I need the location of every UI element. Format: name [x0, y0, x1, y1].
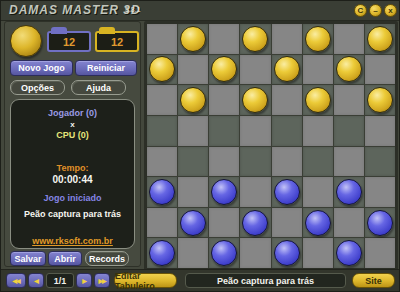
rule-status-text: Peão captura para trás — [24, 209, 121, 220]
board-cell[interactable] — [303, 238, 333, 268]
checker-piece-blue[interactable] — [211, 179, 237, 205]
board-cell[interactable] — [365, 85, 395, 115]
board-cell[interactable] — [147, 55, 177, 85]
app-window: DAMAS MASTER 3D 5.8.1 C – x 12 12 Novo J… — [0, 0, 400, 292]
first-move-button[interactable]: ◀◀ — [6, 273, 26, 288]
title-bar: DAMAS MASTER 3D 5.8.1 C – x — [1, 1, 400, 21]
time-value: 00:00:44 — [52, 174, 92, 185]
open-button[interactable]: Abrir — [48, 251, 82, 266]
checker-piece-yellow[interactable] — [180, 87, 206, 113]
board-frame — [144, 21, 398, 271]
board-cell[interactable] — [209, 85, 239, 115]
edit-board-button[interactable]: Editar Tabuleiro — [114, 273, 177, 288]
checker-piece-yellow[interactable] — [274, 56, 300, 82]
board-cell[interactable] — [147, 208, 177, 238]
checker-piece-yellow[interactable] — [149, 56, 175, 82]
board-cell[interactable] — [365, 208, 395, 238]
board-cell[interactable] — [240, 24, 270, 54]
board-cell[interactable] — [334, 238, 364, 268]
board-cell[interactable] — [209, 177, 239, 207]
board-cell[interactable] — [178, 147, 208, 177]
board-cell[interactable] — [303, 55, 333, 85]
board-cell[interactable] — [147, 147, 177, 177]
board-cell[interactable] — [147, 177, 177, 207]
board-cell[interactable] — [334, 55, 364, 85]
board-cell[interactable] — [240, 208, 270, 238]
board-cell[interactable] — [178, 177, 208, 207]
board-cell[interactable] — [365, 177, 395, 207]
checker-piece-yellow[interactable] — [336, 56, 362, 82]
board-cell[interactable] — [272, 177, 302, 207]
board-cell[interactable] — [303, 177, 333, 207]
checker-piece-yellow[interactable] — [367, 87, 393, 113]
site-button[interactable]: Site — [352, 273, 395, 288]
board-cell[interactable] — [209, 116, 239, 146]
board-cell[interactable] — [209, 147, 239, 177]
board-cell[interactable] — [334, 177, 364, 207]
board — [147, 24, 395, 268]
board-cell[interactable] — [147, 24, 177, 54]
board-cell[interactable] — [365, 24, 395, 54]
checker-piece-yellow[interactable] — [305, 26, 331, 52]
board-cell[interactable] — [365, 116, 395, 146]
board-cell[interactable] — [272, 85, 302, 115]
board-cell[interactable] — [240, 147, 270, 177]
checker-piece-blue[interactable] — [274, 240, 300, 266]
restart-button[interactable]: Reiniciar — [75, 60, 137, 76]
move-counter-display: 1/1 — [46, 273, 74, 288]
checker-piece-yellow[interactable] — [180, 26, 206, 52]
blue-score-tab: 12 — [47, 31, 91, 52]
checker-piece-blue[interactable] — [336, 240, 362, 266]
board-cell[interactable] — [365, 238, 395, 268]
board-cell[interactable] — [272, 208, 302, 238]
records-button[interactable]: Records — [85, 251, 129, 266]
app-logo: DAMAS MASTER 3D — [9, 3, 141, 17]
checker-piece-blue[interactable] — [274, 179, 300, 205]
board-cell[interactable] — [147, 85, 177, 115]
game-info-panel: Jogador (0) x CPU (0) Tempo: 00:00:44 Jo… — [10, 99, 135, 249]
board-cell[interactable] — [240, 55, 270, 85]
board-cell[interactable] — [240, 116, 270, 146]
board-cell[interactable] — [272, 116, 302, 146]
save-button[interactable]: Salvar — [10, 251, 46, 266]
config-window-button[interactable]: C — [354, 4, 367, 17]
gold-score-tab: 12 — [95, 31, 139, 52]
player-score-label: Jogador (0) — [48, 108, 97, 119]
sidebar: 12 12 Novo Jogo Reiniciar Opções Ajuda J… — [4, 21, 141, 267]
board-cell[interactable] — [178, 208, 208, 238]
board-cell[interactable] — [334, 24, 364, 54]
checker-piece-yellow[interactable] — [305, 87, 331, 113]
board-cell[interactable] — [209, 24, 239, 54]
new-game-button[interactable]: Novo Jogo — [10, 60, 73, 76]
app-version: 5.8.1 — [125, 6, 141, 13]
board-cell[interactable] — [240, 85, 270, 115]
checker-piece-blue[interactable] — [336, 179, 362, 205]
close-window-button[interactable]: x — [384, 4, 397, 17]
checker-piece-yellow[interactable] — [242, 87, 268, 113]
help-button[interactable]: Ajuda — [71, 80, 126, 95]
board-cell[interactable] — [209, 238, 239, 268]
previous-move-button[interactable]: ◀ — [28, 273, 44, 288]
turn-indicator-disc — [10, 25, 42, 57]
board-cell[interactable] — [365, 147, 395, 177]
checker-piece-blue[interactable] — [367, 210, 393, 236]
checker-piece-blue[interactable] — [305, 210, 331, 236]
board-cell[interactable] — [334, 85, 364, 115]
website-link[interactable]: www.rksoft.com.br — [32, 236, 113, 247]
board-cell[interactable] — [209, 208, 239, 238]
board-cell[interactable] — [303, 85, 333, 115]
checker-piece-blue[interactable] — [180, 210, 206, 236]
board-cell[interactable] — [178, 24, 208, 54]
minimize-window-button[interactable]: – — [369, 4, 382, 17]
options-button[interactable]: Opções — [10, 80, 65, 95]
board-cell[interactable] — [240, 177, 270, 207]
checker-piece-blue[interactable] — [149, 179, 175, 205]
board-cell[interactable] — [272, 147, 302, 177]
board-cell[interactable] — [178, 116, 208, 146]
board-cell[interactable] — [272, 238, 302, 268]
board-cell[interactable] — [334, 147, 364, 177]
board-cell[interactable] — [365, 55, 395, 85]
board-cell[interactable] — [334, 208, 364, 238]
board-cell[interactable] — [178, 238, 208, 268]
next-move-button[interactable]: ▶ — [76, 273, 92, 288]
board-cell[interactable] — [178, 55, 208, 85]
status-message-box: Peão captura para trás — [185, 273, 346, 288]
checker-piece-yellow[interactable] — [367, 26, 393, 52]
cpu-score-label: CPU (0) — [56, 130, 89, 141]
checker-piece-yellow[interactable] — [242, 26, 268, 52]
last-move-button[interactable]: ▶▶ — [94, 273, 110, 288]
board-cell[interactable] — [303, 147, 333, 177]
board-cell[interactable] — [303, 208, 333, 238]
board-cell[interactable] — [240, 238, 270, 268]
game-status-text: Jogo iniciado — [43, 193, 101, 204]
checker-piece-blue[interactable] — [149, 240, 175, 266]
board-cell[interactable] — [272, 24, 302, 54]
time-label: Tempo: — [57, 163, 89, 174]
checker-piece-blue[interactable] — [242, 210, 268, 236]
board-cell[interactable] — [209, 55, 239, 85]
board-cell[interactable] — [272, 55, 302, 85]
versus-label: x — [70, 119, 74, 130]
board-cell[interactable] — [178, 85, 208, 115]
board-cell[interactable] — [147, 238, 177, 268]
board-cell[interactable] — [303, 24, 333, 54]
board-cell[interactable] — [303, 116, 333, 146]
board-cell[interactable] — [334, 116, 364, 146]
checker-piece-yellow[interactable] — [211, 56, 237, 82]
board-cell[interactable] — [147, 116, 177, 146]
checker-piece-blue[interactable] — [211, 240, 237, 266]
